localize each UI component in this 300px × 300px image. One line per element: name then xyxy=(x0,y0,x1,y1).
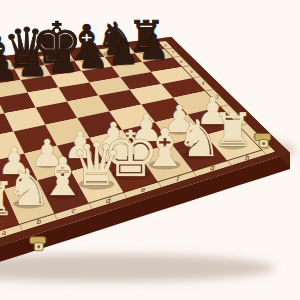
piece-black-pawn-f7: ♟ xyxy=(78,36,109,76)
piece-white-rook-a1: ♜ xyxy=(0,172,15,226)
chess-set-photo: abcdefgh12345678♜♞♝♟♚♟♛♟♝♟♞♟♜♟♟♟♟♟♟♜♟♞♟♝… xyxy=(0,0,300,300)
svg-text:♜: ♜ xyxy=(0,172,15,226)
piece-black-pawn-g7: ♟ xyxy=(108,32,139,72)
rank-label-6: 6 xyxy=(180,59,183,64)
svg-text:♟: ♟ xyxy=(138,27,169,67)
svg-text:♟: ♟ xyxy=(78,36,109,76)
file-label-a: a xyxy=(1,228,6,237)
piece-black-pawn-c7: ♟ xyxy=(0,48,18,88)
svg-text:♟: ♟ xyxy=(0,48,18,88)
chess-board-scene: abcdefgh12345678♜♞♝♟♚♟♛♟♝♟♞♟♜♟♟♟♟♟♟♜♟♞♟♝… xyxy=(0,0,300,300)
rank-label-5: 5 xyxy=(190,69,193,74)
piece-black-pawn-h7: ♟ xyxy=(138,27,169,67)
piece-black-pawn-e7: ♟ xyxy=(47,40,78,80)
file-label-b: b xyxy=(36,217,41,226)
svg-text:♟: ♟ xyxy=(17,44,48,84)
piece-black-pawn-d7: ♟ xyxy=(17,44,48,84)
svg-text:♟: ♟ xyxy=(47,40,78,80)
svg-text:♟: ♟ xyxy=(108,32,139,72)
